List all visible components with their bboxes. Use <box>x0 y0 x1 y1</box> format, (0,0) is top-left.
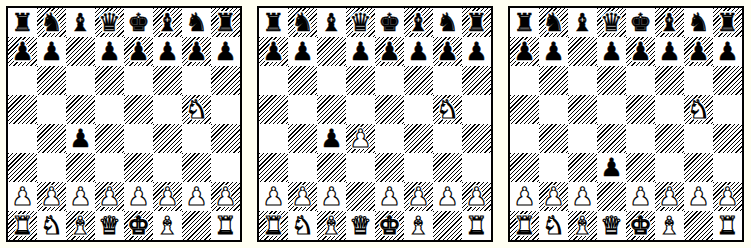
board-2-square-d3[interactable] <box>346 153 375 182</box>
board-2-square-h6[interactable] <box>462 66 491 95</box>
board-1-square-g8[interactable]: ♞ <box>182 8 211 37</box>
black-rook-icon: ♜ <box>214 10 236 35</box>
board-1-square-a7[interactable]: ♟ <box>8 37 37 66</box>
board-3-square-c1[interactable]: ♝ <box>568 211 597 240</box>
board-2-square-e7[interactable]: ♟ <box>375 37 404 66</box>
white-pawn-icon: ♟ <box>687 184 709 209</box>
white-bishop-icon: ♝ <box>69 213 91 238</box>
board-3-square-d3[interactable]: ♟ <box>597 153 626 182</box>
black-pawn-icon: ♟ <box>716 39 738 64</box>
board-2-square-a5[interactable] <box>259 95 288 124</box>
board-1-square-f2[interactable]: ♟ <box>153 182 182 211</box>
board-3-square-h3[interactable] <box>713 153 742 182</box>
white-bishop-icon: ♝ <box>156 213 178 238</box>
black-pawn-icon: ♟ <box>687 39 709 64</box>
board-2-square-a3[interactable] <box>259 153 288 182</box>
black-pawn-icon: ♟ <box>600 155 622 180</box>
black-king-icon: ♚ <box>378 10 400 35</box>
board-1-square-f8[interactable]: ♝ <box>153 8 182 37</box>
black-pawn-icon: ♟ <box>214 39 236 64</box>
board-2-square-d7[interactable]: ♟ <box>346 37 375 66</box>
board-3-square-g3[interactable] <box>684 153 713 182</box>
white-rook-icon: ♜ <box>11 213 33 238</box>
black-queen-icon: ♛ <box>600 10 622 35</box>
black-queen-icon: ♛ <box>349 10 371 35</box>
board-2-square-h1[interactable]: ♜ <box>462 211 491 240</box>
white-pawn-icon: ♟ <box>69 184 91 209</box>
white-rook-icon: ♜ <box>262 213 284 238</box>
board-1-square-c8[interactable]: ♝ <box>66 8 95 37</box>
board-3-square-b6[interactable] <box>539 66 568 95</box>
board-2-square-c6[interactable] <box>317 66 346 95</box>
board-2-square-b3[interactable] <box>288 153 317 182</box>
white-pawn-icon: ♟ <box>571 184 593 209</box>
board-3-square-g4[interactable] <box>684 124 713 153</box>
board-3-square-f5[interactable] <box>655 95 684 124</box>
board-2-square-c7[interactable] <box>317 37 346 66</box>
board-3-square-b7[interactable]: ♟ <box>539 37 568 66</box>
board-3-square-g7[interactable]: ♟ <box>684 37 713 66</box>
black-pawn-icon: ♟ <box>465 39 487 64</box>
board-1-square-d3[interactable] <box>95 153 124 182</box>
board-2-square-f1[interactable]: ♝ <box>404 211 433 240</box>
white-pawn-icon: ♟ <box>262 184 284 209</box>
board-1-square-g2[interactable]: ♟ <box>182 182 211 211</box>
board-2-square-h8[interactable]: ♜ <box>462 8 491 37</box>
board-3-square-g6[interactable] <box>684 66 713 95</box>
board-2-square-e1[interactable]: ♚ <box>375 211 404 240</box>
board-1-square-d7[interactable]: ♟ <box>95 37 124 66</box>
board-1-square-c1[interactable]: ♝ <box>66 211 95 240</box>
board-3-square-f2[interactable]: ♟ <box>655 182 684 211</box>
board-2-square-b5[interactable] <box>288 95 317 124</box>
black-rook-icon: ♜ <box>465 10 487 35</box>
board-3-square-b5[interactable] <box>539 95 568 124</box>
board-3-square-d2[interactable] <box>597 182 626 211</box>
board-2-square-b6[interactable] <box>288 66 317 95</box>
black-pawn-icon: ♟ <box>320 126 342 151</box>
board-3-square-a7[interactable]: ♟ <box>510 37 539 66</box>
board-1-square-d6[interactable] <box>95 66 124 95</box>
board-2-square-c3[interactable] <box>317 153 346 182</box>
board-3-square-f4[interactable] <box>655 124 684 153</box>
board-2-square-h7[interactable]: ♟ <box>462 37 491 66</box>
white-knight-icon: ♞ <box>185 97 207 122</box>
board-2-square-g6[interactable] <box>433 66 462 95</box>
board-3-square-h2[interactable]: ♟ <box>713 182 742 211</box>
board-1-square-g6[interactable] <box>182 66 211 95</box>
white-bishop-icon: ♝ <box>658 213 680 238</box>
board-1-square-b5[interactable] <box>37 95 66 124</box>
white-knight-icon: ♞ <box>542 213 564 238</box>
board-2-square-h5[interactable] <box>462 95 491 124</box>
black-pawn-icon: ♟ <box>542 39 564 64</box>
black-pawn-icon: ♟ <box>629 39 651 64</box>
board-2-square-h4[interactable] <box>462 124 491 153</box>
white-pawn-icon: ♟ <box>542 184 564 209</box>
board-3-square-e8[interactable]: ♚ <box>626 8 655 37</box>
board-2-square-a1[interactable]: ♜ <box>259 211 288 240</box>
board-3-square-e1[interactable]: ♚ <box>626 211 655 240</box>
white-pawn-icon: ♟ <box>658 184 680 209</box>
board-1-square-b2[interactable]: ♟ <box>37 182 66 211</box>
board-3-square-a5[interactable] <box>510 95 539 124</box>
board-2-square-e6[interactable] <box>375 66 404 95</box>
board-1-square-f5[interactable] <box>153 95 182 124</box>
white-pawn-icon: ♟ <box>98 184 120 209</box>
board-2-square-c8[interactable]: ♝ <box>317 8 346 37</box>
board-1-square-h3[interactable] <box>211 153 240 182</box>
white-queen-icon: ♛ <box>98 213 120 238</box>
board-2-square-c4[interactable]: ♟ <box>317 124 346 153</box>
board-2-square-b8[interactable]: ♞ <box>288 8 317 37</box>
board-2-square-g8[interactable]: ♞ <box>433 8 462 37</box>
black-queen-icon: ♛ <box>98 10 120 35</box>
board-2-square-f3[interactable] <box>404 153 433 182</box>
board-1-square-h4[interactable] <box>211 124 240 153</box>
board-2-square-d4[interactable]: ♟ <box>346 124 375 153</box>
board-3-square-b8[interactable]: ♞ <box>539 8 568 37</box>
board-3-square-b4[interactable] <box>539 124 568 153</box>
black-pawn-icon: ♟ <box>600 39 622 64</box>
board-3-square-a1[interactable]: ♜ <box>510 211 539 240</box>
board-2-square-d8[interactable]: ♛ <box>346 8 375 37</box>
board-3-square-c4[interactable] <box>568 124 597 153</box>
board-2-square-b7[interactable]: ♟ <box>288 37 317 66</box>
black-pawn-icon: ♟ <box>98 39 120 64</box>
board-3-square-f8[interactable]: ♝ <box>655 8 684 37</box>
black-bishop-icon: ♝ <box>571 10 593 35</box>
board-3-square-h6[interactable] <box>713 66 742 95</box>
board-1-square-h8[interactable]: ♜ <box>211 8 240 37</box>
board-2-square-f8[interactable]: ♝ <box>404 8 433 37</box>
board-1-square-a4[interactable] <box>8 124 37 153</box>
black-pawn-icon: ♟ <box>291 39 313 64</box>
board-3-square-d6[interactable] <box>597 66 626 95</box>
black-pawn-icon: ♟ <box>378 39 400 64</box>
board-2-square-b4[interactable] <box>288 124 317 153</box>
board-2-square-c5[interactable] <box>317 95 346 124</box>
board-1-square-b4[interactable] <box>37 124 66 153</box>
board-1-square-f3[interactable] <box>153 153 182 182</box>
board-3-square-b1[interactable]: ♞ <box>539 211 568 240</box>
black-king-icon: ♚ <box>127 10 149 35</box>
black-pawn-icon: ♟ <box>658 39 680 64</box>
white-pawn-icon: ♟ <box>185 184 207 209</box>
white-pawn-icon: ♟ <box>349 126 371 151</box>
board-2-square-b1[interactable]: ♞ <box>288 211 317 240</box>
board-1-square-f4[interactable] <box>153 124 182 153</box>
white-pawn-icon: ♟ <box>127 184 149 209</box>
board-1-square-b1[interactable]: ♞ <box>37 211 66 240</box>
board-1-square-a1[interactable]: ♜ <box>8 211 37 240</box>
black-bishop-icon: ♝ <box>320 10 342 35</box>
board-2-square-a4[interactable] <box>259 124 288 153</box>
board-2-square-g4[interactable] <box>433 124 462 153</box>
board-2-square-g1[interactable] <box>433 211 462 240</box>
board-2-square-g5[interactable]: ♞ <box>433 95 462 124</box>
black-knight-icon: ♞ <box>291 10 313 35</box>
board-3-square-e2[interactable]: ♟ <box>626 182 655 211</box>
black-rook-icon: ♜ <box>716 10 738 35</box>
white-pawn-icon: ♟ <box>11 184 33 209</box>
board-3-square-c3[interactable] <box>568 153 597 182</box>
white-pawn-icon: ♟ <box>407 184 429 209</box>
board-1-square-d1[interactable]: ♛ <box>95 211 124 240</box>
white-pawn-icon: ♟ <box>378 184 400 209</box>
white-rook-icon: ♜ <box>716 213 738 238</box>
board-1-square-a5[interactable] <box>8 95 37 124</box>
white-king-icon: ♚ <box>378 213 400 238</box>
board-3-square-f7[interactable]: ♟ <box>655 37 684 66</box>
board-1-square-h1[interactable]: ♜ <box>211 211 240 240</box>
white-pawn-icon: ♟ <box>436 184 458 209</box>
board-1-square-c3[interactable] <box>66 153 95 182</box>
board-3-square-e3[interactable] <box>626 153 655 182</box>
white-pawn-icon: ♟ <box>40 184 62 209</box>
chess-board-3: ♜♞♝♛♚♝♞♜♟♟♟♟♟♟♟♞♟♟♟♟♟♟♟♟♜♞♝♛♚♝♜ <box>508 6 744 242</box>
board-1-square-c7[interactable] <box>66 37 95 66</box>
white-bishop-icon: ♝ <box>571 213 593 238</box>
board-2-square-a8[interactable]: ♜ <box>259 8 288 37</box>
board-1-square-b8[interactable]: ♞ <box>37 8 66 37</box>
black-pawn-icon: ♟ <box>349 39 371 64</box>
board-2-square-e5[interactable] <box>375 95 404 124</box>
board-1-square-f1[interactable]: ♝ <box>153 211 182 240</box>
white-knight-icon: ♞ <box>687 97 709 122</box>
white-rook-icon: ♜ <box>214 213 236 238</box>
black-rook-icon: ♜ <box>262 10 284 35</box>
black-rook-icon: ♜ <box>11 10 33 35</box>
black-knight-icon: ♞ <box>185 10 207 35</box>
board-1-square-f6[interactable] <box>153 66 182 95</box>
white-knight-icon: ♞ <box>436 97 458 122</box>
board-3-square-h8[interactable]: ♜ <box>713 8 742 37</box>
white-pawn-icon: ♟ <box>716 184 738 209</box>
board-2-square-d6[interactable] <box>346 66 375 95</box>
board-2-square-d1[interactable]: ♛ <box>346 211 375 240</box>
black-knight-icon: ♞ <box>436 10 458 35</box>
black-rook-icon: ♜ <box>513 10 535 35</box>
white-pawn-icon: ♟ <box>629 184 651 209</box>
board-3-square-a2[interactable]: ♟ <box>510 182 539 211</box>
board-2-square-e2[interactable]: ♟ <box>375 182 404 211</box>
board-1-square-e5[interactable] <box>124 95 153 124</box>
white-knight-icon: ♞ <box>291 213 313 238</box>
board-1-square-e6[interactable] <box>124 66 153 95</box>
board-2-square-f7[interactable]: ♟ <box>404 37 433 66</box>
white-queen-icon: ♛ <box>349 213 371 238</box>
board-3-square-h4[interactable] <box>713 124 742 153</box>
board-3-square-h1[interactable]: ♜ <box>713 211 742 240</box>
board-1-square-a3[interactable] <box>8 153 37 182</box>
board-3-square-a8[interactable]: ♜ <box>510 8 539 37</box>
board-3-square-g8[interactable]: ♞ <box>684 8 713 37</box>
board-1-square-c5[interactable] <box>66 95 95 124</box>
black-pawn-icon: ♟ <box>513 39 535 64</box>
board-1-square-d5[interactable] <box>95 95 124 124</box>
board-3-square-h5[interactable] <box>713 95 742 124</box>
white-rook-icon: ♜ <box>465 213 487 238</box>
board-1-square-d4[interactable] <box>95 124 124 153</box>
board-3-square-e4[interactable] <box>626 124 655 153</box>
board-2-square-f4[interactable] <box>404 124 433 153</box>
board-1-square-g5[interactable]: ♞ <box>182 95 211 124</box>
board-1-square-e1[interactable]: ♚ <box>124 211 153 240</box>
board-1-square-a8[interactable]: ♜ <box>8 8 37 37</box>
board-3-square-d5[interactable] <box>597 95 626 124</box>
board-2-square-h3[interactable] <box>462 153 491 182</box>
board-1-square-b3[interactable] <box>37 153 66 182</box>
board-3-square-g1[interactable] <box>684 211 713 240</box>
board-2-square-a6[interactable] <box>259 66 288 95</box>
white-pawn-icon: ♟ <box>156 184 178 209</box>
board-1-square-c6[interactable] <box>66 66 95 95</box>
board-1-square-a6[interactable] <box>8 66 37 95</box>
white-rook-icon: ♜ <box>513 213 535 238</box>
board-3-square-a4[interactable] <box>510 124 539 153</box>
white-pawn-icon: ♟ <box>513 184 535 209</box>
board-3-square-d8[interactable]: ♛ <box>597 8 626 37</box>
white-knight-icon: ♞ <box>40 213 62 238</box>
board-3-square-c2[interactable]: ♟ <box>568 182 597 211</box>
white-pawn-icon: ♟ <box>214 184 236 209</box>
board-3-square-b3[interactable] <box>539 153 568 182</box>
board-3-square-e6[interactable] <box>626 66 655 95</box>
board-1-square-h5[interactable] <box>211 95 240 124</box>
white-bishop-icon: ♝ <box>407 213 429 238</box>
board-3-square-c5[interactable] <box>568 95 597 124</box>
board-2-square-c1[interactable]: ♝ <box>317 211 346 240</box>
board-3-square-e7[interactable]: ♟ <box>626 37 655 66</box>
black-pawn-icon: ♟ <box>40 39 62 64</box>
white-queen-icon: ♛ <box>600 213 622 238</box>
chess-board-2: ♜♞♝♛♚♝♞♜♟♟♟♟♟♟♟♞♟♟♟♟♟♟♟♟♟♜♞♝♛♚♝♜ <box>257 6 493 242</box>
black-knight-icon: ♞ <box>687 10 709 35</box>
black-bishop-icon: ♝ <box>69 10 91 35</box>
board-1-square-b7[interactable]: ♟ <box>37 37 66 66</box>
white-pawn-icon: ♟ <box>320 184 342 209</box>
board-2-square-f2[interactable]: ♟ <box>404 182 433 211</box>
board-3-square-d7[interactable]: ♟ <box>597 37 626 66</box>
black-pawn-icon: ♟ <box>69 126 91 151</box>
black-pawn-icon: ♟ <box>127 39 149 64</box>
black-bishop-icon: ♝ <box>658 10 680 35</box>
black-pawn-icon: ♟ <box>156 39 178 64</box>
board-1-square-e2[interactable]: ♟ <box>124 182 153 211</box>
white-pawn-icon: ♟ <box>465 184 487 209</box>
board-1-square-e4[interactable] <box>124 124 153 153</box>
board-1-square-e8[interactable]: ♚ <box>124 8 153 37</box>
board-1-square-e3[interactable] <box>124 153 153 182</box>
board-2-square-e4[interactable] <box>375 124 404 153</box>
board-3-square-c6[interactable] <box>568 66 597 95</box>
black-pawn-icon: ♟ <box>185 39 207 64</box>
board-2-square-g2[interactable]: ♟ <box>433 182 462 211</box>
chess-board-1: ♜♞♝♛♚♝♞♜♟♟♟♟♟♟♟♞♟♟♟♟♟♟♟♟♟♜♞♝♛♚♝♜ <box>6 6 242 242</box>
board-2-square-e3[interactable] <box>375 153 404 182</box>
board-2-square-h2[interactable]: ♟ <box>462 182 491 211</box>
black-bishop-icon: ♝ <box>407 10 429 35</box>
board-1-square-g7[interactable]: ♟ <box>182 37 211 66</box>
board-2-square-a2[interactable]: ♟ <box>259 182 288 211</box>
board-1-square-f7[interactable]: ♟ <box>153 37 182 66</box>
board-3-square-e5[interactable] <box>626 95 655 124</box>
black-knight-icon: ♞ <box>542 10 564 35</box>
black-king-icon: ♚ <box>629 10 651 35</box>
board-2-square-d5[interactable] <box>346 95 375 124</box>
board-2-square-f6[interactable] <box>404 66 433 95</box>
board-3-square-d1[interactable]: ♛ <box>597 211 626 240</box>
black-bishop-icon: ♝ <box>156 10 178 35</box>
board-3-square-c8[interactable]: ♝ <box>568 8 597 37</box>
white-king-icon: ♚ <box>629 213 651 238</box>
board-2-square-a7[interactable]: ♟ <box>259 37 288 66</box>
board-1-square-h6[interactable] <box>211 66 240 95</box>
board-2-square-g3[interactable] <box>433 153 462 182</box>
board-3-square-c7[interactable] <box>568 37 597 66</box>
board-3-square-a6[interactable] <box>510 66 539 95</box>
black-pawn-icon: ♟ <box>407 39 429 64</box>
black-knight-icon: ♞ <box>40 10 62 35</box>
board-1-square-g3[interactable] <box>182 153 211 182</box>
black-pawn-icon: ♟ <box>436 39 458 64</box>
board-2-square-d2[interactable] <box>346 182 375 211</box>
board-3-square-d4[interactable] <box>597 124 626 153</box>
white-bishop-icon: ♝ <box>320 213 342 238</box>
board-3-square-f3[interactable] <box>655 153 684 182</box>
board-3-square-f6[interactable] <box>655 66 684 95</box>
board-2-square-b2[interactable]: ♟ <box>288 182 317 211</box>
board-3-square-g2[interactable]: ♟ <box>684 182 713 211</box>
board-3-square-g5[interactable]: ♞ <box>684 95 713 124</box>
board-1-square-c2[interactable]: ♟ <box>66 182 95 211</box>
board-1-square-g1[interactable] <box>182 211 211 240</box>
board-1-square-g4[interactable] <box>182 124 211 153</box>
board-3-square-a3[interactable] <box>510 153 539 182</box>
board-3-square-f1[interactable]: ♝ <box>655 211 684 240</box>
board-1-square-b6[interactable] <box>37 66 66 95</box>
black-pawn-icon: ♟ <box>262 39 284 64</box>
board-3-square-b2[interactable]: ♟ <box>539 182 568 211</box>
board-2-square-f5[interactable] <box>404 95 433 124</box>
board-1-square-a2[interactable]: ♟ <box>8 182 37 211</box>
board-1-square-h2[interactable]: ♟ <box>211 182 240 211</box>
board-2-square-e8[interactable]: ♚ <box>375 8 404 37</box>
board-1-square-d2[interactable]: ♟ <box>95 182 124 211</box>
board-3-square-h7[interactable]: ♟ <box>713 37 742 66</box>
white-pawn-icon: ♟ <box>291 184 313 209</box>
board-2-square-c2[interactable]: ♟ <box>317 182 346 211</box>
board-2-square-g7[interactable]: ♟ <box>433 37 462 66</box>
board-1-square-h7[interactable]: ♟ <box>211 37 240 66</box>
board-1-square-e7[interactable]: ♟ <box>124 37 153 66</box>
black-pawn-icon: ♟ <box>11 39 33 64</box>
board-1-square-d8[interactable]: ♛ <box>95 8 124 37</box>
board-1-square-c4[interactable]: ♟ <box>66 124 95 153</box>
white-king-icon: ♚ <box>127 213 149 238</box>
boards-row: ♜♞♝♛♚♝♞♜♟♟♟♟♟♟♟♞♟♟♟♟♟♟♟♟♟♜♞♝♛♚♝♜♜♞♝♛♚♝♞♜… <box>0 0 751 242</box>
